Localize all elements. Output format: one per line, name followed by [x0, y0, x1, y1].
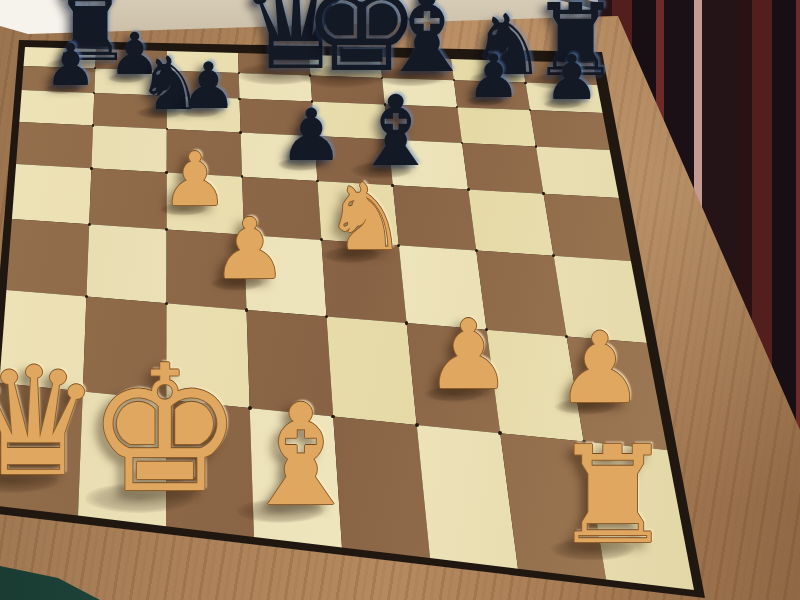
piece-white-pawn-h2[interactable]: ♟: [556, 319, 644, 417]
piece-black-pawn-c6[interactable]: ♟: [180, 54, 237, 118]
piece-white-bishop-d1[interactable]: ♝: [238, 386, 364, 526]
piece-black-pawn-h7[interactable]: ♟: [544, 47, 600, 109]
piece-white-pawn-d3[interactable]: ♟: [212, 207, 287, 291]
piece-white-knight-e4[interactable]: ♞: [324, 172, 406, 264]
piece-white-pawn-f2[interactable]: ♟: [425, 307, 511, 403]
piece-black-pawn-g7[interactable]: ♟: [467, 46, 521, 106]
piece-black-pawn-a7[interactable]: ♟: [45, 36, 97, 94]
piece-white-rook-h1[interactable]: ♜: [552, 428, 673, 563]
chess-pieces: ♜♛♚♝♞♜♟♟♟♟♞♟♟♝♟♞♟♟♟♛♚♝♜: [0, 0, 800, 600]
piece-white-king-c1[interactable]: ♚: [87, 342, 244, 517]
piece-black-pawn-e5[interactable]: ♟: [279, 99, 344, 171]
chess-photo-scene: ♜♛♚♝♞♜♟♟♟♟♞♟♟♝♟♞♟♟♟♛♚♝♜: [0, 0, 800, 600]
